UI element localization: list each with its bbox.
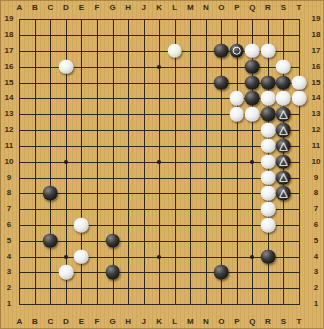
coord-letter-bottom: P <box>234 318 239 326</box>
coord-letter-bottom: R <box>265 318 271 326</box>
black-stone-S12: △ <box>276 123 291 138</box>
coord-number-left: 10 <box>5 158 14 166</box>
white-stone-R8 <box>261 186 276 201</box>
coord-number-left: 5 <box>7 237 11 245</box>
coord-number-right: 15 <box>312 79 321 87</box>
white-stone-D3 <box>59 265 74 280</box>
star-point <box>250 255 254 259</box>
coord-letter-bottom: D <box>63 318 69 326</box>
coord-number-left: 1 <box>7 300 11 308</box>
black-stone-S10: △ <box>276 154 291 169</box>
black-stone-O3 <box>214 265 229 280</box>
black-stone-C5 <box>43 234 58 249</box>
coord-letter-bottom: H <box>125 318 131 326</box>
coord-letter-top: D <box>63 4 69 12</box>
coord-number-right: 1 <box>314 300 318 308</box>
star-point <box>250 160 254 164</box>
coord-number-left: 16 <box>5 63 14 71</box>
coord-letter-bottom: A <box>16 318 22 326</box>
grid-vline <box>144 19 145 305</box>
coord-number-left: 14 <box>5 94 14 102</box>
black-stone-S11: △ <box>276 139 291 154</box>
coord-letter-bottom: N <box>203 318 209 326</box>
coord-number-left: 19 <box>5 15 14 23</box>
coord-letter-top: K <box>156 4 162 12</box>
black-stone-S15 <box>276 75 291 90</box>
coord-letter-top: S <box>281 4 286 12</box>
grid-vline <box>221 19 222 305</box>
coord-number-right: 5 <box>314 237 318 245</box>
coord-number-right: 11 <box>312 142 320 150</box>
black-stone-S8: △ <box>276 186 291 201</box>
coord-number-right: 13 <box>312 110 321 118</box>
white-stone-Q17 <box>245 44 260 59</box>
grid-vline <box>97 19 98 305</box>
white-stone-R17 <box>261 44 276 59</box>
coord-number-left: 4 <box>7 253 11 261</box>
white-stone-S14 <box>276 91 291 106</box>
black-stone-G5 <box>105 234 120 249</box>
star-point <box>157 160 161 164</box>
coord-letter-top: A <box>16 4 22 12</box>
coord-number-right: 19 <box>312 15 321 23</box>
triangle-marker-S12: △ <box>279 125 287 135</box>
grid-vline <box>19 19 20 305</box>
black-stone-G3 <box>105 265 120 280</box>
white-stone-R6 <box>261 218 276 233</box>
grid-vline <box>128 19 129 305</box>
coord-letter-bottom: F <box>95 318 100 326</box>
coord-number-left: 17 <box>5 47 14 55</box>
star-point <box>64 255 68 259</box>
coord-letter-bottom: C <box>47 318 53 326</box>
coord-number-left: 2 <box>7 284 11 292</box>
coord-number-right: 8 <box>314 189 318 197</box>
black-stone-O17 <box>214 44 229 59</box>
circle-marker-P17 <box>233 47 241 55</box>
black-stone-O15 <box>214 75 229 90</box>
coord-number-left: 6 <box>7 221 11 229</box>
black-stone-P17 <box>230 44 245 59</box>
black-stone-R13 <box>261 107 276 122</box>
grid-vline <box>175 19 176 305</box>
white-stone-D16 <box>59 59 74 74</box>
coord-number-right: 12 <box>312 126 321 134</box>
coord-number-right: 14 <box>312 94 321 102</box>
coord-letter-top: R <box>265 4 271 12</box>
black-stone-R15 <box>261 75 276 90</box>
coord-letter-top: B <box>32 4 38 12</box>
white-stone-T14 <box>292 91 307 106</box>
grid-vline <box>50 19 51 305</box>
coord-number-left: 13 <box>5 110 14 118</box>
coord-number-right: 16 <box>312 63 321 71</box>
coord-letter-top: M <box>187 4 194 12</box>
coord-number-left: 11 <box>5 142 13 150</box>
coord-letter-bottom: S <box>281 318 286 326</box>
coord-number-right: 17 <box>312 47 321 55</box>
grid-vline <box>35 19 36 305</box>
coord-letter-top: O <box>218 4 224 12</box>
black-stone-C8 <box>43 186 58 201</box>
black-stone-R4 <box>261 249 276 264</box>
white-stone-S16 <box>276 59 291 74</box>
coord-letter-top: T <box>297 4 302 12</box>
grid-vline <box>113 19 114 305</box>
coord-letter-top: L <box>172 4 177 12</box>
coord-number-right: 4 <box>314 253 318 261</box>
white-stone-P13 <box>230 107 245 122</box>
coord-letter-top: G <box>109 4 115 12</box>
black-stone-S9: △ <box>276 170 291 185</box>
go-board[interactable]: AABBCCDDEEFFGGHHJJKKLLMMNNOOPPQQRRSSTT19… <box>0 0 324 329</box>
coord-number-left: 3 <box>7 268 11 276</box>
coord-number-left: 12 <box>5 126 14 134</box>
star-point <box>64 160 68 164</box>
coord-number-left: 9 <box>7 174 11 182</box>
coord-letter-bottom: J <box>141 318 145 326</box>
coord-number-right: 7 <box>314 205 318 213</box>
coord-letter-bottom: E <box>79 318 84 326</box>
coord-letter-bottom: K <box>156 318 162 326</box>
coord-letter-bottom: M <box>187 318 194 326</box>
coord-letter-bottom: O <box>218 318 224 326</box>
coord-letter-top: E <box>79 4 84 12</box>
white-stone-L17 <box>167 44 182 59</box>
triangle-marker-S13: △ <box>279 109 287 119</box>
grid-vline <box>206 19 207 305</box>
triangle-marker-S8: △ <box>279 188 287 198</box>
white-stone-E4 <box>74 249 89 264</box>
coord-letter-top: N <box>203 4 209 12</box>
black-stone-Q14 <box>245 91 260 106</box>
white-stone-E6 <box>74 218 89 233</box>
triangle-marker-S9: △ <box>279 172 287 182</box>
coord-number-left: 15 <box>5 79 14 87</box>
coord-letter-top: J <box>141 4 145 12</box>
coord-letter-bottom: G <box>109 318 115 326</box>
coord-number-right: 2 <box>314 284 318 292</box>
triangle-marker-S10: △ <box>279 156 287 166</box>
coord-letter-top: F <box>95 4 100 12</box>
white-stone-R10 <box>261 154 276 169</box>
white-stone-Q13 <box>245 107 260 122</box>
coord-letter-top: P <box>234 4 239 12</box>
coord-number-left: 8 <box>7 189 11 197</box>
black-stone-Q15 <box>245 75 260 90</box>
coord-number-right: 3 <box>314 268 318 276</box>
black-stone-Q16 <box>245 59 260 74</box>
white-stone-P14 <box>230 91 245 106</box>
coord-number-right: 6 <box>314 221 318 229</box>
coord-letter-top: C <box>47 4 53 12</box>
triangle-marker-S11: △ <box>279 140 287 150</box>
coord-number-left: 7 <box>7 205 11 213</box>
coord-number-right: 18 <box>312 31 321 39</box>
grid-vline <box>190 19 191 305</box>
coord-letter-top: H <box>125 4 131 12</box>
coord-letter-top: Q <box>249 4 255 12</box>
black-stone-S13: △ <box>276 107 291 122</box>
white-stone-R11 <box>261 139 276 154</box>
coord-letter-bottom: T <box>297 318 302 326</box>
grid-vline <box>299 19 300 305</box>
white-stone-R7 <box>261 202 276 217</box>
coord-number-right: 9 <box>314 174 318 182</box>
grid-vline <box>237 19 238 305</box>
coord-letter-bottom: B <box>32 318 38 326</box>
coord-number-right: 10 <box>312 158 321 166</box>
coord-letter-bottom: L <box>172 318 177 326</box>
white-stone-T15 <box>292 75 307 90</box>
coord-number-left: 18 <box>5 31 14 39</box>
star-point <box>157 65 161 69</box>
white-stone-R14 <box>261 91 276 106</box>
white-stone-R9 <box>261 170 276 185</box>
star-point <box>157 255 161 259</box>
white-stone-R12 <box>261 123 276 138</box>
coord-letter-bottom: Q <box>249 318 255 326</box>
